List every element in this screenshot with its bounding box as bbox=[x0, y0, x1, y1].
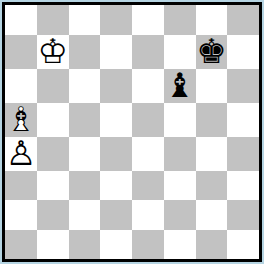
black-bishop-piece: ♝ bbox=[164, 68, 194, 102]
square-f4[interactable] bbox=[164, 137, 196, 171]
square-a2[interactable] bbox=[5, 200, 37, 230]
diagram-frame: ♚♔♚♝♝♗♟♙ bbox=[0, 0, 264, 264]
square-b1[interactable] bbox=[37, 230, 69, 260]
square-d5[interactable] bbox=[100, 103, 132, 137]
square-a8[interactable] bbox=[5, 5, 37, 35]
square-e8[interactable] bbox=[132, 5, 164, 35]
board-grid: ♚♔♚♝♝♗♟♙ bbox=[5, 5, 259, 259]
square-e5[interactable] bbox=[132, 103, 164, 137]
square-d6[interactable] bbox=[100, 69, 132, 103]
square-e6[interactable] bbox=[132, 69, 164, 103]
square-d7[interactable] bbox=[100, 35, 132, 69]
square-f7[interactable] bbox=[164, 35, 196, 69]
square-b3[interactable] bbox=[37, 171, 69, 201]
chess-board: ♚♔♚♝♝♗♟♙ bbox=[2, 2, 262, 262]
black-king-glyph: ♚ bbox=[196, 31, 226, 71]
square-b2[interactable] bbox=[37, 200, 69, 230]
square-g7[interactable]: ♚ bbox=[196, 35, 228, 69]
square-h3[interactable] bbox=[227, 171, 259, 201]
white-pawn-glyph: ♙ bbox=[6, 133, 36, 173]
square-a1[interactable] bbox=[5, 230, 37, 260]
square-f2[interactable] bbox=[164, 200, 196, 230]
square-b4[interactable] bbox=[37, 137, 69, 171]
square-b5[interactable] bbox=[37, 103, 69, 137]
white-bishop-piece: ♝♗ bbox=[6, 102, 36, 136]
square-f1[interactable] bbox=[164, 230, 196, 260]
square-g3[interactable] bbox=[196, 171, 228, 201]
square-d8[interactable] bbox=[100, 5, 132, 35]
square-f5[interactable] bbox=[164, 103, 196, 137]
white-king-glyph: ♔ bbox=[37, 31, 67, 71]
square-a3[interactable] bbox=[5, 171, 37, 201]
square-h5[interactable] bbox=[227, 103, 259, 137]
square-f3[interactable] bbox=[164, 171, 196, 201]
square-c7[interactable] bbox=[69, 35, 101, 69]
square-b6[interactable] bbox=[37, 69, 69, 103]
square-h1[interactable] bbox=[227, 230, 259, 260]
square-c8[interactable] bbox=[69, 5, 101, 35]
black-bishop-glyph: ♝ bbox=[164, 65, 194, 105]
square-h6[interactable] bbox=[227, 69, 259, 103]
black-king-piece: ♚ bbox=[196, 34, 226, 68]
white-pawn-piece: ♟♙ bbox=[6, 136, 36, 170]
square-h4[interactable] bbox=[227, 137, 259, 171]
square-e2[interactable] bbox=[132, 200, 164, 230]
square-f8[interactable] bbox=[164, 5, 196, 35]
white-king-piece: ♚♔ bbox=[37, 34, 67, 68]
square-f6[interactable]: ♝ bbox=[164, 69, 196, 103]
square-g2[interactable] bbox=[196, 200, 228, 230]
square-d4[interactable] bbox=[100, 137, 132, 171]
square-c2[interactable] bbox=[69, 200, 101, 230]
square-a4[interactable]: ♟♙ bbox=[5, 137, 37, 171]
square-d1[interactable] bbox=[100, 230, 132, 260]
square-g1[interactable] bbox=[196, 230, 228, 260]
square-c6[interactable] bbox=[69, 69, 101, 103]
square-b7[interactable]: ♚♔ bbox=[37, 35, 69, 69]
square-g5[interactable] bbox=[196, 103, 228, 137]
square-e4[interactable] bbox=[132, 137, 164, 171]
square-h2[interactable] bbox=[227, 200, 259, 230]
square-c1[interactable] bbox=[69, 230, 101, 260]
square-e1[interactable] bbox=[132, 230, 164, 260]
square-d2[interactable] bbox=[100, 200, 132, 230]
square-d3[interactable] bbox=[100, 171, 132, 201]
square-a7[interactable] bbox=[5, 35, 37, 69]
square-a5[interactable]: ♝♗ bbox=[5, 103, 37, 137]
square-g6[interactable] bbox=[196, 69, 228, 103]
square-h7[interactable] bbox=[227, 35, 259, 69]
square-c4[interactable] bbox=[69, 137, 101, 171]
square-g4[interactable] bbox=[196, 137, 228, 171]
square-c3[interactable] bbox=[69, 171, 101, 201]
square-e3[interactable] bbox=[132, 171, 164, 201]
square-e7[interactable] bbox=[132, 35, 164, 69]
square-a6[interactable] bbox=[5, 69, 37, 103]
square-h8[interactable] bbox=[227, 5, 259, 35]
square-c5[interactable] bbox=[69, 103, 101, 137]
